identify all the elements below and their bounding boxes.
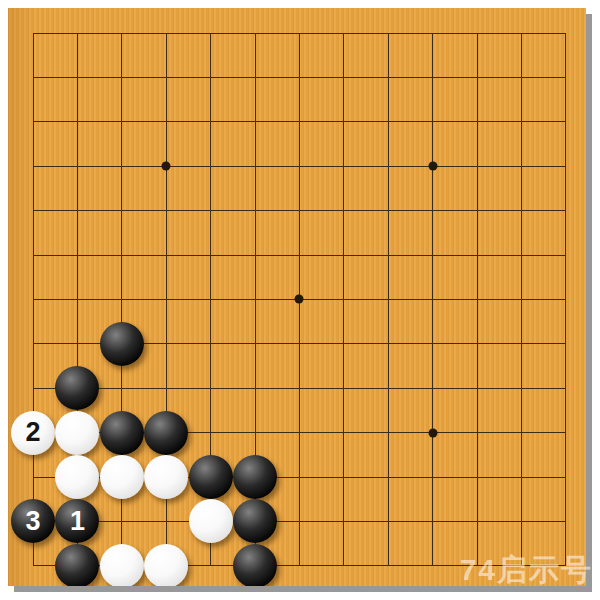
star-point: [428, 428, 437, 437]
stone-white: [55, 411, 99, 455]
star-point: [295, 295, 304, 304]
grid-line-vertical: [343, 33, 344, 566]
stone-black: [144, 411, 188, 455]
move-number-label: 2: [25, 419, 40, 446]
move-number-label: 3: [25, 508, 40, 535]
grid-line-vertical: [388, 33, 389, 566]
stone-black: [100, 411, 144, 455]
stone-black: 1: [55, 499, 99, 543]
stone-white: [100, 544, 144, 586]
grid-line-vertical: [432, 33, 433, 566]
stone-black: [55, 366, 99, 410]
star-point: [428, 162, 437, 171]
stone-black: [189, 455, 233, 499]
grid-line-vertical: [565, 33, 566, 566]
stone-black: 3: [11, 499, 55, 543]
stone-white: [144, 544, 188, 586]
stone-white: [55, 455, 99, 499]
stone-white: 2: [11, 411, 55, 455]
stone-white: [189, 499, 233, 543]
star-point: [162, 162, 171, 171]
stone-black: [55, 544, 99, 586]
grid-line-vertical: [477, 33, 478, 566]
stone-black: [233, 544, 277, 586]
stone-black: [100, 322, 144, 366]
stone-black: [233, 455, 277, 499]
stone-black: [233, 499, 277, 543]
move-number-label: 1: [70, 508, 85, 535]
grid-line-horizontal: [33, 521, 566, 522]
stone-white: [100, 455, 144, 499]
stone-white: [144, 455, 188, 499]
page: 231 74启示号: [0, 0, 600, 600]
grid-line-horizontal: [33, 388, 566, 389]
grid-line-vertical: [521, 33, 522, 566]
go-board[interactable]: 231: [8, 8, 586, 586]
